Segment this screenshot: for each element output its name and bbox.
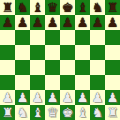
square-h5[interactable] <box>105 45 120 60</box>
white-pawn[interactable]: ♟ <box>2 90 14 105</box>
white-rook[interactable]: ♜ <box>2 105 14 120</box>
square-f1[interactable]: ♝ <box>75 105 90 120</box>
square-e7[interactable]: ♟ <box>60 15 75 30</box>
square-h1[interactable]: ♜ <box>105 105 120 120</box>
square-a6[interactable] <box>0 30 15 45</box>
square-e5[interactable] <box>60 45 75 60</box>
square-e3[interactable] <box>60 75 75 90</box>
square-h3[interactable] <box>105 75 120 90</box>
square-g7[interactable]: ♟ <box>90 15 105 30</box>
white-rook[interactable]: ♜ <box>107 105 119 120</box>
square-b6[interactable] <box>15 30 30 45</box>
square-c5[interactable] <box>30 45 45 60</box>
square-c2[interactable]: ♟ <box>30 90 45 105</box>
black-rook[interactable]: ♜ <box>107 0 119 15</box>
black-queen[interactable]: ♛ <box>47 0 59 15</box>
chess-board-container: ♜♞♝♛♚♝♞♜♟♟♟♟♟♟♟♟♟♟♟♟♟♟♟♟♜♞♝♛♚♝♞♜ <box>0 0 120 120</box>
square-e4[interactable] <box>60 60 75 75</box>
square-f2[interactable]: ♟ <box>75 90 90 105</box>
white-pawn[interactable]: ♟ <box>32 90 44 105</box>
square-a5[interactable] <box>0 45 15 60</box>
black-rook[interactable]: ♜ <box>2 0 14 15</box>
white-pawn[interactable]: ♟ <box>62 90 74 105</box>
square-a1[interactable]: ♜ <box>0 105 15 120</box>
square-a7[interactable]: ♟ <box>0 15 15 30</box>
square-b7[interactable]: ♟ <box>15 15 30 30</box>
square-f6[interactable] <box>75 30 90 45</box>
black-bishop[interactable]: ♝ <box>77 0 89 15</box>
black-pawn[interactable]: ♟ <box>92 15 104 30</box>
square-e6[interactable] <box>60 30 75 45</box>
square-d7[interactable]: ♟ <box>45 15 60 30</box>
white-pawn[interactable]: ♟ <box>107 90 119 105</box>
square-e8[interactable]: ♚ <box>60 0 75 15</box>
square-g4[interactable] <box>90 60 105 75</box>
black-pawn[interactable]: ♟ <box>62 15 74 30</box>
black-pawn[interactable]: ♟ <box>17 15 29 30</box>
square-f5[interactable] <box>75 45 90 60</box>
square-b1[interactable]: ♞ <box>15 105 30 120</box>
square-e2[interactable]: ♟ <box>60 90 75 105</box>
black-pawn[interactable]: ♟ <box>32 15 44 30</box>
white-pawn[interactable]: ♟ <box>92 90 104 105</box>
black-bishop[interactable]: ♝ <box>32 0 44 15</box>
square-b2[interactable]: ♟ <box>15 90 30 105</box>
square-h6[interactable] <box>105 30 120 45</box>
square-c8[interactable]: ♝ <box>30 0 45 15</box>
square-c6[interactable] <box>30 30 45 45</box>
square-d1[interactable]: ♛ <box>45 105 60 120</box>
square-h2[interactable]: ♟ <box>105 90 120 105</box>
square-b4[interactable] <box>15 60 30 75</box>
black-king[interactable]: ♚ <box>62 0 74 15</box>
square-f4[interactable] <box>75 60 90 75</box>
square-d8[interactable]: ♛ <box>45 0 60 15</box>
square-f3[interactable] <box>75 75 90 90</box>
square-c1[interactable]: ♝ <box>30 105 45 120</box>
square-g5[interactable] <box>90 45 105 60</box>
white-king[interactable]: ♚ <box>62 105 74 120</box>
square-f8[interactable]: ♝ <box>75 0 90 15</box>
square-g1[interactable]: ♞ <box>90 105 105 120</box>
black-pawn[interactable]: ♟ <box>47 15 59 30</box>
square-c4[interactable] <box>30 60 45 75</box>
white-pawn[interactable]: ♟ <box>17 90 29 105</box>
square-g8[interactable]: ♞ <box>90 0 105 15</box>
white-bishop[interactable]: ♝ <box>77 105 89 120</box>
white-bishop[interactable]: ♝ <box>32 105 44 120</box>
square-d5[interactable] <box>45 45 60 60</box>
white-knight[interactable]: ♞ <box>92 105 104 120</box>
square-d2[interactable]: ♟ <box>45 90 60 105</box>
square-d6[interactable] <box>45 30 60 45</box>
square-a8[interactable]: ♜ <box>0 0 15 15</box>
square-c7[interactable]: ♟ <box>30 15 45 30</box>
square-f7[interactable]: ♟ <box>75 15 90 30</box>
black-pawn[interactable]: ♟ <box>77 15 89 30</box>
square-h7[interactable]: ♟ <box>105 15 120 30</box>
square-b8[interactable]: ♞ <box>15 0 30 15</box>
square-d3[interactable] <box>45 75 60 90</box>
square-h8[interactable]: ♜ <box>105 0 120 15</box>
white-pawn[interactable]: ♟ <box>47 90 59 105</box>
square-d4[interactable] <box>45 60 60 75</box>
square-h4[interactable] <box>105 60 120 75</box>
square-a2[interactable]: ♟ <box>0 90 15 105</box>
square-a3[interactable] <box>0 75 15 90</box>
square-a4[interactable] <box>0 60 15 75</box>
square-g6[interactable] <box>90 30 105 45</box>
white-pawn[interactable]: ♟ <box>77 90 89 105</box>
black-pawn[interactable]: ♟ <box>2 15 14 30</box>
square-b3[interactable] <box>15 75 30 90</box>
black-knight[interactable]: ♞ <box>92 0 104 15</box>
square-c3[interactable] <box>30 75 45 90</box>
white-queen[interactable]: ♛ <box>47 105 59 120</box>
square-b5[interactable] <box>15 45 30 60</box>
square-e1[interactable]: ♚ <box>60 105 75 120</box>
chess-board: ♜♞♝♛♚♝♞♜♟♟♟♟♟♟♟♟♟♟♟♟♟♟♟♟♜♞♝♛♚♝♞♜ <box>0 0 120 120</box>
square-g3[interactable] <box>90 75 105 90</box>
white-knight[interactable]: ♞ <box>17 105 29 120</box>
black-pawn[interactable]: ♟ <box>107 15 119 30</box>
square-g2[interactable]: ♟ <box>90 90 105 105</box>
black-knight[interactable]: ♞ <box>17 0 29 15</box>
